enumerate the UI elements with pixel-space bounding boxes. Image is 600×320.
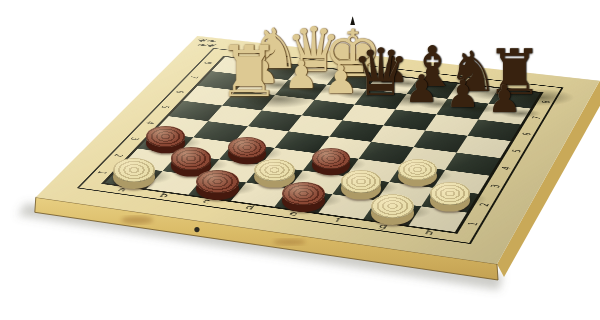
- clasp-icon: [194, 227, 199, 232]
- product-photo-chess-checkers-set: abcdefgh1122334455667788 ❦❧ ❧❦ ♜♟♞♟♛♟♚♛♟…: [0, 0, 600, 320]
- corner-ornament-icon: ❦❧ ❧❦: [190, 38, 238, 54]
